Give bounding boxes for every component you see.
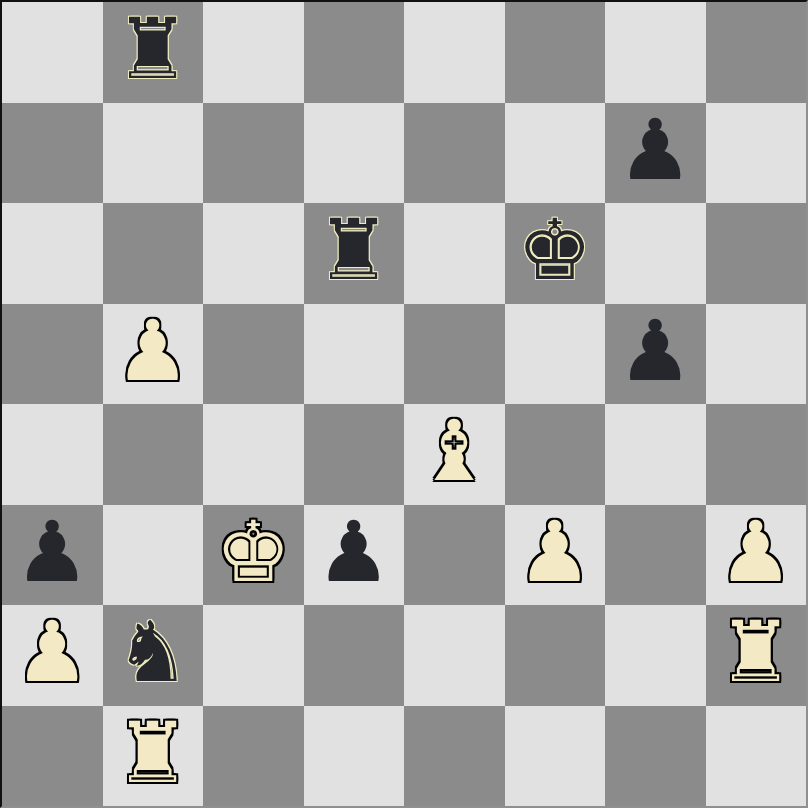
square-d2[interactable] [304, 605, 405, 706]
piece-white-king[interactable]: ♚ [216, 510, 291, 594]
piece-black-rook[interactable]: ♜ [316, 208, 391, 292]
square-a1[interactable] [2, 706, 103, 807]
chess-board: ♜♟♜♚♟♟♝♟♚♟♟♟♟♞♜♜ [0, 0, 808, 808]
square-f1[interactable] [505, 706, 606, 807]
square-f3[interactable]: ♟ [505, 505, 606, 606]
piece-black-pawn[interactable]: ♟ [316, 510, 391, 594]
square-c3[interactable]: ♚ [203, 505, 304, 606]
piece-black-king[interactable]: ♚ [517, 208, 592, 292]
square-g7[interactable]: ♟ [605, 103, 706, 204]
square-c2[interactable] [203, 605, 304, 706]
piece-black-pawn[interactable]: ♟ [618, 108, 693, 192]
piece-white-bishop[interactable]: ♝ [417, 409, 492, 493]
piece-white-pawn[interactable]: ♟ [115, 309, 190, 393]
square-b5[interactable]: ♟ [103, 304, 204, 405]
square-f4[interactable] [505, 404, 606, 505]
square-a7[interactable] [2, 103, 103, 204]
square-c1[interactable] [203, 706, 304, 807]
square-g6[interactable] [605, 203, 706, 304]
square-h1[interactable] [706, 706, 807, 807]
square-g8[interactable] [605, 2, 706, 103]
square-f6[interactable]: ♚ [505, 203, 606, 304]
square-d6[interactable]: ♜ [304, 203, 405, 304]
square-a6[interactable] [2, 203, 103, 304]
square-d3[interactable]: ♟ [304, 505, 405, 606]
square-f7[interactable] [505, 103, 606, 204]
square-e8[interactable] [404, 2, 505, 103]
square-e3[interactable] [404, 505, 505, 606]
square-b2[interactable]: ♞ [103, 605, 204, 706]
square-h2[interactable]: ♜ [706, 605, 807, 706]
square-c6[interactable] [203, 203, 304, 304]
square-c5[interactable] [203, 304, 304, 405]
square-d1[interactable] [304, 706, 405, 807]
square-c4[interactable] [203, 404, 304, 505]
square-e5[interactable] [404, 304, 505, 405]
square-b8[interactable]: ♜ [103, 2, 204, 103]
square-a5[interactable] [2, 304, 103, 405]
piece-white-pawn[interactable]: ♟ [718, 510, 793, 594]
piece-black-knight[interactable]: ♞ [115, 610, 190, 694]
square-e4[interactable]: ♝ [404, 404, 505, 505]
square-c8[interactable] [203, 2, 304, 103]
piece-black-rook[interactable]: ♜ [115, 7, 190, 91]
square-e1[interactable] [404, 706, 505, 807]
piece-black-pawn[interactable]: ♟ [15, 510, 90, 594]
square-d5[interactable] [304, 304, 405, 405]
piece-black-pawn[interactable]: ♟ [618, 309, 693, 393]
square-f8[interactable] [505, 2, 606, 103]
square-e6[interactable] [404, 203, 505, 304]
square-f5[interactable] [505, 304, 606, 405]
square-b1[interactable]: ♜ [103, 706, 204, 807]
square-h8[interactable] [706, 2, 807, 103]
square-g5[interactable]: ♟ [605, 304, 706, 405]
square-h6[interactable] [706, 203, 807, 304]
piece-white-pawn[interactable]: ♟ [517, 510, 592, 594]
square-b7[interactable] [103, 103, 204, 204]
square-d4[interactable] [304, 404, 405, 505]
square-c7[interactable] [203, 103, 304, 204]
square-h7[interactable] [706, 103, 807, 204]
square-a4[interactable] [2, 404, 103, 505]
square-e7[interactable] [404, 103, 505, 204]
square-d8[interactable] [304, 2, 405, 103]
square-d7[interactable] [304, 103, 405, 204]
square-g4[interactable] [605, 404, 706, 505]
square-b6[interactable] [103, 203, 204, 304]
square-g2[interactable] [605, 605, 706, 706]
square-b3[interactable] [103, 505, 204, 606]
square-a8[interactable] [2, 2, 103, 103]
piece-white-rook[interactable]: ♜ [115, 711, 190, 795]
square-h3[interactable]: ♟ [706, 505, 807, 606]
square-g1[interactable] [605, 706, 706, 807]
square-h5[interactable] [706, 304, 807, 405]
piece-white-pawn[interactable]: ♟ [15, 610, 90, 694]
square-e2[interactable] [404, 605, 505, 706]
square-g3[interactable] [605, 505, 706, 606]
square-a3[interactable]: ♟ [2, 505, 103, 606]
piece-white-rook[interactable]: ♜ [718, 610, 793, 694]
square-h4[interactable] [706, 404, 807, 505]
square-b4[interactable] [103, 404, 204, 505]
square-a2[interactable]: ♟ [2, 605, 103, 706]
square-f2[interactable] [505, 605, 606, 706]
